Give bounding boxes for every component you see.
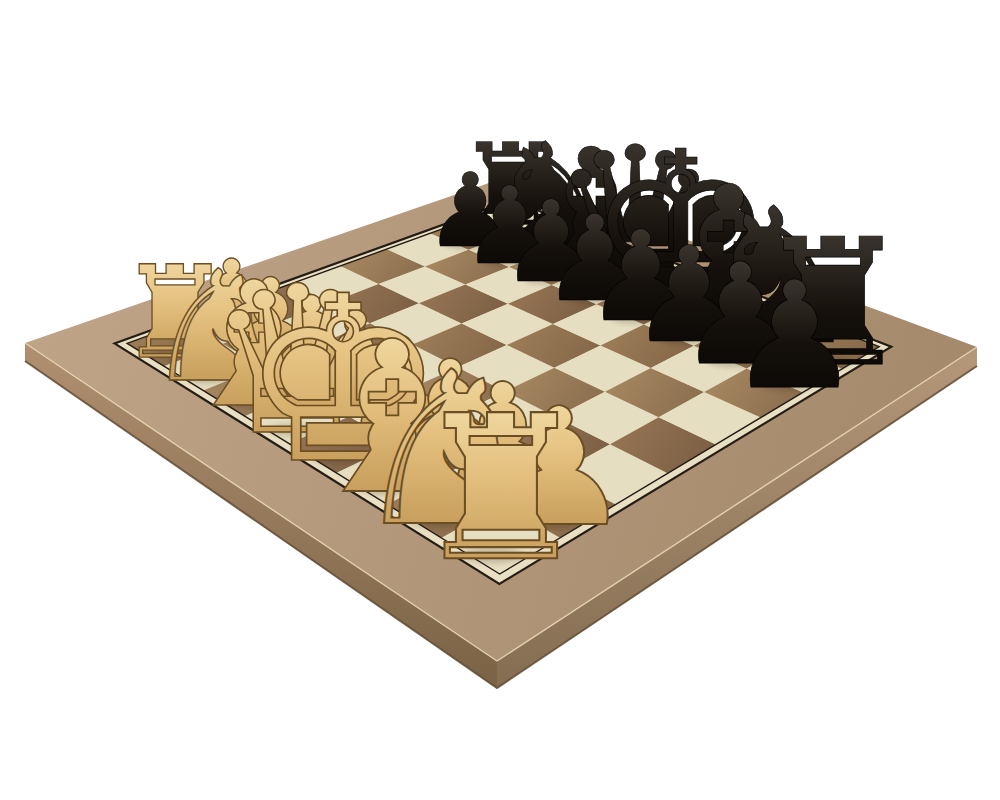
white-rook-h1: ♜ [411, 372, 590, 605]
chess-set-photo: ♜♟♞♟♝♟♛♟♚♟♝♟♟♞♜♟♟♜♞♟♟♝♟♛♟♚♟♝♟♞♟♜ Three-q… [0, 0, 1000, 800]
product-photo-stage: ♜♟♞♟♝♟♛♟♚♟♝♟♟♞♜♟♟♜♞♟♟♝♟♛♟♚♟♝♟♞♟♜ Three-q… [0, 0, 1000, 800]
piece-glyph: ♜ [411, 372, 590, 605]
chessboard: ♜♟♞♟♝♟♛♟♚♟♝♟♟♞♜♟♟♜♞♟♟♝♟♛♟♚♟♝♟♞♟♜ [0, 0, 1000, 800]
piece-glyph: ♟ [728, 250, 861, 422]
black-pawn-h7: ♟ [728, 250, 861, 422]
